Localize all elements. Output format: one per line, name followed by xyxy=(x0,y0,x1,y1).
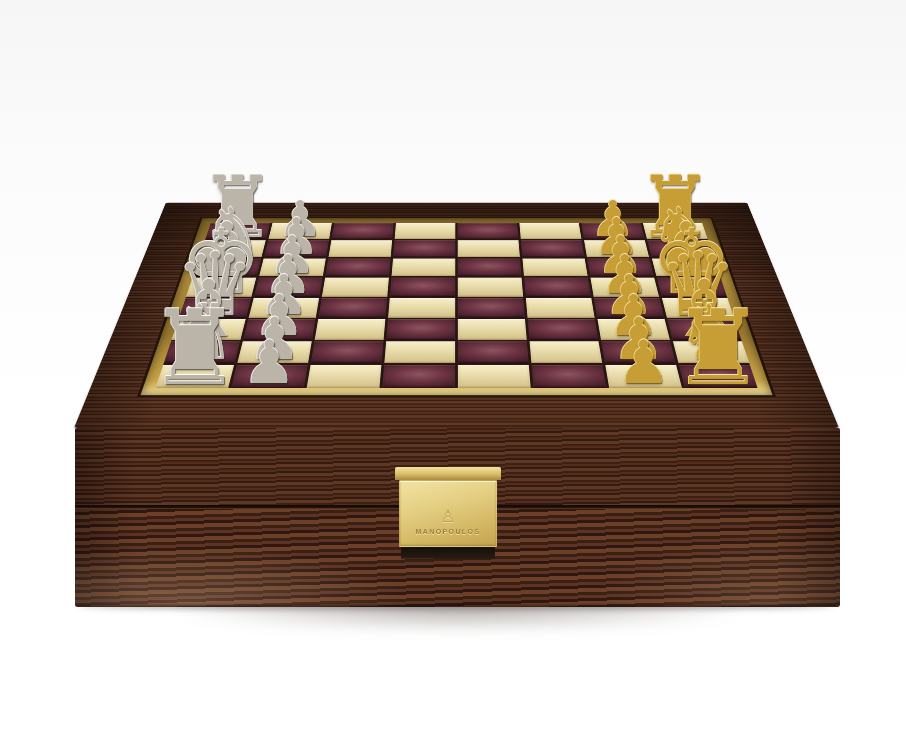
square-d5[interactable] xyxy=(388,298,455,318)
clasp-shadow xyxy=(401,547,495,560)
square-g3[interactable] xyxy=(521,240,585,257)
square-g4[interactable] xyxy=(458,240,520,257)
square-d3[interactable] xyxy=(526,298,595,318)
square-d4[interactable] xyxy=(458,298,525,318)
square-h4[interactable] xyxy=(458,223,519,239)
piece-gold-rook[interactable]: ♜ xyxy=(672,297,765,401)
clasp-logo-icon: ♙ xyxy=(440,508,455,525)
square-h6[interactable] xyxy=(332,223,394,239)
square-c6[interactable] xyxy=(315,319,386,340)
product-photo-scene: ♙ MANOPOULOS ♜♟♟♜♞♟♟♞♝♟♟♝♚♟♟♚♛♟♟♛♝♟♟♝♞♟♟… xyxy=(0,0,906,739)
square-e4[interactable] xyxy=(458,278,523,297)
square-f3[interactable] xyxy=(522,259,587,277)
square-b5[interactable] xyxy=(384,341,455,363)
piece-silver-rook[interactable]: ♜ xyxy=(148,297,241,401)
piece-gold-pawn[interactable]: ♟ xyxy=(617,333,671,393)
square-b6[interactable] xyxy=(311,341,384,363)
clasp-brand-text: MANOPOULOS xyxy=(416,528,481,535)
square-b3[interactable] xyxy=(530,341,603,363)
square-a4[interactable] xyxy=(458,365,531,388)
clasp-hinge xyxy=(395,467,501,480)
square-f5[interactable] xyxy=(392,259,456,277)
square-d6[interactable] xyxy=(318,298,387,318)
clasp-plate: ♙ MANOPOULOS xyxy=(399,480,497,547)
square-e5[interactable] xyxy=(390,278,455,297)
square-g6[interactable] xyxy=(328,240,392,257)
square-a5[interactable] xyxy=(382,365,455,388)
clasp[interactable]: ♙ MANOPOULOS xyxy=(395,467,501,561)
square-e3[interactable] xyxy=(524,278,591,297)
square-a6[interactable] xyxy=(307,365,382,388)
square-g5[interactable] xyxy=(393,240,455,257)
box-bottom-edge xyxy=(75,603,840,607)
square-c5[interactable] xyxy=(386,319,455,340)
square-f4[interactable] xyxy=(458,259,522,277)
square-a3[interactable] xyxy=(532,365,607,388)
square-f6[interactable] xyxy=(325,259,390,277)
square-e6[interactable] xyxy=(322,278,389,297)
square-b4[interactable] xyxy=(458,341,529,363)
square-c3[interactable] xyxy=(528,319,599,340)
square-h5[interactable] xyxy=(395,223,456,239)
square-h3[interactable] xyxy=(519,223,581,239)
piece-silver-pawn[interactable]: ♟ xyxy=(243,333,297,393)
square-c4[interactable] xyxy=(458,319,527,340)
